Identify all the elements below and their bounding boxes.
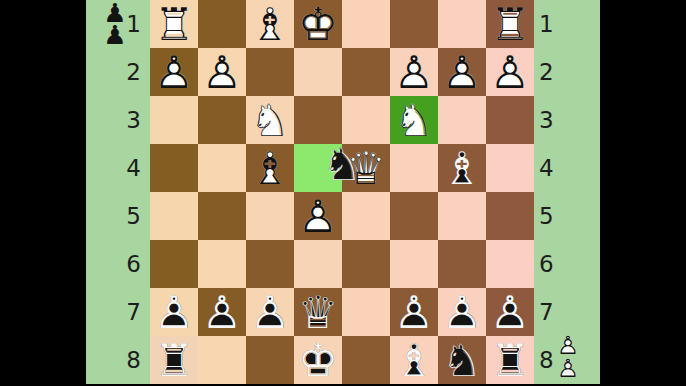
white-rook[interactable]: ♜♖ (486, 0, 534, 48)
piece-outline-glyph: ♘ (318, 140, 366, 188)
square-g4[interactable] (198, 144, 246, 192)
square-g8[interactable] (198, 336, 246, 384)
square-b8[interactable]: ♞♘ (438, 336, 486, 384)
rank-label-right-4: 4 (534, 144, 594, 192)
black-pawn[interactable]: ♟♙ (486, 288, 534, 336)
square-e2[interactable] (294, 48, 342, 96)
piece-outline-glyph: ♙ (198, 288, 246, 336)
piece-outline-glyph: ♗ (246, 0, 294, 48)
piece-outline-glyph: ♗ (246, 144, 294, 192)
rank-label-left-8: 8 (86, 336, 146, 384)
rank-label-left-5: 5 (86, 192, 146, 240)
square-h4[interactable] (150, 144, 198, 192)
square-h5[interactable] (150, 192, 198, 240)
white-pawn[interactable]: ♟♙ (486, 48, 534, 96)
piece-outline-glyph: ♙ (294, 192, 342, 240)
black-pawn[interactable]: ♟♙ (438, 288, 486, 336)
rank-labels-right: 12345678 (534, 0, 594, 384)
white-pawn[interactable]: ♟♙ (150, 48, 198, 96)
square-c2[interactable]: ♟♙ (390, 48, 438, 96)
square-e3[interactable] (294, 96, 342, 144)
piece-outline-glyph: ♙ (390, 288, 438, 336)
rank-label-right-7: 7 (534, 288, 594, 336)
square-f2[interactable] (246, 48, 294, 96)
piece-outline-glyph: ♘ (390, 96, 438, 144)
square-h7[interactable]: ♟♙ (150, 288, 198, 336)
black-rook[interactable]: ♜♖ (150, 336, 198, 384)
piece-outline-glyph: ♙ (246, 288, 294, 336)
black-bishop[interactable]: ♝♗ (438, 144, 486, 192)
black-pawn[interactable]: ♟♙ (198, 288, 246, 336)
square-d5[interactable] (342, 192, 390, 240)
square-a7[interactable]: ♟♙ (486, 288, 534, 336)
square-a8[interactable]: ♜♖ (486, 336, 534, 384)
rank-label-left-7: 7 (86, 288, 146, 336)
square-c4[interactable] (390, 144, 438, 192)
square-e5[interactable]: ♟♙ (294, 192, 342, 240)
piece-outline-glyph: ♖ (486, 0, 534, 48)
rank-label-right-5: 5 (534, 192, 594, 240)
square-b2[interactable]: ♟♙ (438, 48, 486, 96)
piece-outline-glyph: ♙ (198, 48, 246, 96)
square-g3[interactable] (198, 96, 246, 144)
square-b1[interactable] (438, 0, 486, 48)
rank-label-left-6: 6 (86, 240, 146, 288)
square-a4[interactable] (486, 144, 534, 192)
piece-outline-glyph: ♔ (294, 336, 342, 384)
piece-outline-glyph: ♙ (150, 48, 198, 96)
black-pawn[interactable]: ♟♙ (150, 288, 198, 336)
square-a6[interactable] (486, 240, 534, 288)
piece-fill-glyph: ♟ (102, 24, 128, 46)
square-f3[interactable]: ♞♘ (246, 96, 294, 144)
square-h3[interactable] (150, 96, 198, 144)
rank-label-right-2: 2 (534, 48, 594, 96)
square-b3[interactable] (438, 96, 486, 144)
square-b4[interactable]: ♝♗ (438, 144, 486, 192)
piece-outline-glyph: ♗ (390, 336, 438, 384)
square-h8[interactable]: ♜♖ (150, 336, 198, 384)
black-knight[interactable]: ♞♘ (438, 336, 486, 384)
piece-outline-glyph: ♙ (486, 288, 534, 336)
white-pawn[interactable]: ♟♙ (438, 48, 486, 96)
square-f1[interactable]: ♝♗ (246, 0, 294, 48)
square-c1[interactable] (390, 0, 438, 48)
white-knight[interactable]: ♞♘ (390, 96, 438, 144)
video-frame: 12345678 ♜♖♝♗♚♔♜♖♟♙♟♙♟♙♟♙♟♙♞♘♞♘♝♗♛♕♝♗♟♙♟… (0, 0, 686, 386)
square-c7[interactable]: ♟♙ (390, 288, 438, 336)
square-d6[interactable] (342, 240, 390, 288)
piece-outline-glyph: ♙ (555, 357, 581, 380)
piece-outline-glyph: ♗ (438, 144, 486, 192)
white-pawn[interactable]: ♟♙ (198, 48, 246, 96)
rank-label-right-1: 1 (534, 0, 594, 48)
square-a2[interactable]: ♟♙ (486, 48, 534, 96)
white-king[interactable]: ♚♔ (294, 0, 342, 48)
square-b7[interactable]: ♟♙ (438, 288, 486, 336)
square-f5[interactable] (246, 192, 294, 240)
square-e6[interactable] (294, 240, 342, 288)
rank-label-left-3: 3 (86, 96, 146, 144)
piece-outline-glyph: ♙ (390, 48, 438, 96)
black-knight[interactable]: ♞♘ (318, 140, 366, 188)
square-h2[interactable]: ♟♙ (150, 48, 198, 96)
white-bishop[interactable]: ♝♗ (246, 0, 294, 48)
square-a1[interactable]: ♜♖ (486, 0, 534, 48)
piece-outline-glyph: ♙ (438, 288, 486, 336)
rank-label-right-6: 6 (534, 240, 594, 288)
captured-black-pawn: ♟ (102, 24, 128, 46)
piece-outline-glyph: ♔ (294, 0, 342, 48)
black-rook[interactable]: ♜♖ (486, 336, 534, 384)
rank-label-left-2: 2 (86, 48, 146, 96)
square-e1[interactable]: ♚♔ (294, 0, 342, 48)
white-rook[interactable]: ♜♖ (150, 0, 198, 48)
white-knight[interactable]: ♞♘ (246, 96, 294, 144)
square-h1[interactable]: ♜♖ (150, 0, 198, 48)
square-c5[interactable] (390, 192, 438, 240)
square-d2[interactable] (342, 48, 390, 96)
piece-outline-glyph: ♙ (150, 288, 198, 336)
square-e8[interactable]: ♚♔ (294, 336, 342, 384)
square-f6[interactable] (246, 240, 294, 288)
piece-outline-glyph: ♙ (486, 48, 534, 96)
piece-outline-glyph: ♘ (438, 336, 486, 384)
piece-outline-glyph: ♖ (150, 0, 198, 48)
captured-black-pieces-tray: ♟♟ (102, 2, 128, 46)
white-pawn[interactable]: ♟♙ (390, 48, 438, 96)
black-bishop[interactable]: ♝♗ (390, 336, 438, 384)
square-f7[interactable]: ♟♙ (246, 288, 294, 336)
captured-white-pawn: ♟♙ (555, 357, 581, 380)
piece-outline-glyph: ♖ (150, 336, 198, 384)
square-g1[interactable] (198, 0, 246, 48)
square-b5[interactable] (438, 192, 486, 240)
animating-piece-layer: ♞♘ (318, 140, 366, 188)
square-a5[interactable] (486, 192, 534, 240)
piece-outline-glyph: ♘ (246, 96, 294, 144)
square-d3[interactable] (342, 96, 390, 144)
square-d8[interactable] (342, 336, 390, 384)
square-d1[interactable] (342, 0, 390, 48)
black-pawn[interactable]: ♟♙ (246, 288, 294, 336)
white-pawn[interactable]: ♟♙ (294, 192, 342, 240)
square-b6[interactable] (438, 240, 486, 288)
captured-white-pieces-tray: ♟♙♟♙ (555, 334, 581, 380)
chess-board: ♜♖♝♗♚♔♜♖♟♙♟♙♟♙♟♙♟♙♞♘♞♘♝♗♛♕♝♗♟♙♟♙♟♙♟♙♛♕♟♙… (150, 0, 534, 384)
square-a3[interactable] (486, 96, 534, 144)
piece-outline-glyph: ♕ (294, 288, 342, 336)
piece-outline-glyph: ♖ (486, 336, 534, 384)
black-king[interactable]: ♚♔ (294, 336, 342, 384)
square-g7[interactable]: ♟♙ (198, 288, 246, 336)
square-f4[interactable]: ♝♗ (246, 144, 294, 192)
rank-label-right-3: 3 (534, 96, 594, 144)
square-c6[interactable] (390, 240, 438, 288)
rank-labels-left: 12345678 (86, 0, 146, 384)
square-g2[interactable]: ♟♙ (198, 48, 246, 96)
black-queen[interactable]: ♛♕ (294, 288, 342, 336)
square-e7[interactable]: ♛♕ (294, 288, 342, 336)
piece-outline-glyph: ♙ (438, 48, 486, 96)
rank-label-left-4: 4 (86, 144, 146, 192)
square-c8[interactable]: ♝♗ (390, 336, 438, 384)
square-d7[interactable] (342, 288, 390, 336)
square-g5[interactable] (198, 192, 246, 240)
square-f8[interactable] (246, 336, 294, 384)
square-h6[interactable] (150, 240, 198, 288)
square-g6[interactable] (198, 240, 246, 288)
white-bishop[interactable]: ♝♗ (246, 144, 294, 192)
black-pawn[interactable]: ♟♙ (390, 288, 438, 336)
square-c3[interactable]: ♞♘ (390, 96, 438, 144)
